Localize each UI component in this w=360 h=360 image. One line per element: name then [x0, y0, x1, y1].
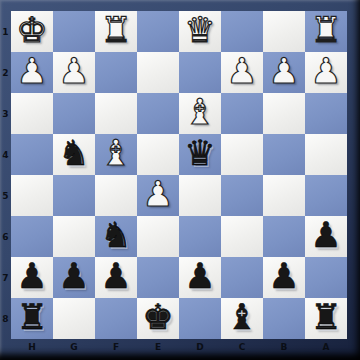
square-b3[interactable] [263, 93, 305, 134]
square-a2[interactable]: ♟ [305, 52, 347, 93]
square-c7[interactable] [221, 257, 263, 298]
square-b7[interactable]: ♟ [263, 257, 305, 298]
square-f5[interactable] [95, 175, 137, 216]
square-e8[interactable]: ♚ [137, 298, 179, 339]
black-rook-a8[interactable]: ♜ [310, 300, 341, 335]
square-b4[interactable] [263, 134, 305, 175]
file-label-d: D [179, 339, 221, 355]
square-h6[interactable] [11, 216, 53, 257]
white-pawn-h2[interactable]: ♟ [16, 54, 47, 89]
square-a8[interactable]: ♜ [305, 298, 347, 339]
rank-label-5: 5 [0, 175, 11, 216]
square-b1[interactable] [263, 11, 305, 52]
square-d2[interactable] [179, 52, 221, 93]
square-g2[interactable]: ♟ [53, 52, 95, 93]
rank-label-8: 8 [0, 298, 11, 339]
square-a1[interactable]: ♜ [305, 11, 347, 52]
square-c6[interactable] [221, 216, 263, 257]
square-a6[interactable]: ♟ [305, 216, 347, 257]
black-knight-f6[interactable]: ♞ [100, 218, 131, 253]
square-f8[interactable] [95, 298, 137, 339]
black-king-e8[interactable]: ♚ [142, 300, 173, 335]
square-c8[interactable]: ♝ [221, 298, 263, 339]
square-f1[interactable]: ♜ [95, 11, 137, 52]
square-f7[interactable]: ♟ [95, 257, 137, 298]
chess-board: ♚♜♛♜♟♟♟♟♟♝♞♝♛♟♞♟♟♟♟♟♟♜♚♝♜ [11, 11, 347, 339]
square-f4[interactable]: ♝ [95, 134, 137, 175]
black-pawn-b7[interactable]: ♟ [268, 259, 299, 294]
rank-label-3: 3 [0, 93, 11, 134]
square-c1[interactable] [221, 11, 263, 52]
square-e4[interactable] [137, 134, 179, 175]
square-f6[interactable]: ♞ [95, 216, 137, 257]
file-label-h: H [11, 339, 53, 355]
square-a4[interactable] [305, 134, 347, 175]
square-e1[interactable] [137, 11, 179, 52]
square-c4[interactable] [221, 134, 263, 175]
square-g8[interactable] [53, 298, 95, 339]
square-g7[interactable]: ♟ [53, 257, 95, 298]
square-c3[interactable] [221, 93, 263, 134]
square-h3[interactable] [11, 93, 53, 134]
file-labels: HGFEDCBA [11, 339, 347, 355]
file-label-f: F [95, 339, 137, 355]
square-e6[interactable] [137, 216, 179, 257]
square-d7[interactable]: ♟ [179, 257, 221, 298]
square-b2[interactable]: ♟ [263, 52, 305, 93]
square-g3[interactable] [53, 93, 95, 134]
black-bishop-c8[interactable]: ♝ [226, 300, 257, 335]
square-d8[interactable] [179, 298, 221, 339]
square-g5[interactable] [53, 175, 95, 216]
square-e3[interactable] [137, 93, 179, 134]
rank-labels: 12345678 [0, 11, 11, 339]
square-h1[interactable]: ♚ [11, 11, 53, 52]
black-pawn-a6[interactable]: ♟ [310, 218, 341, 253]
rank-label-2: 2 [0, 52, 11, 93]
square-d4[interactable]: ♛ [179, 134, 221, 175]
file-label-g: G [53, 339, 95, 355]
rank-label-6: 6 [0, 216, 11, 257]
white-rook-f1[interactable]: ♜ [100, 13, 131, 48]
square-h7[interactable]: ♟ [11, 257, 53, 298]
square-b6[interactable] [263, 216, 305, 257]
white-pawn-b2[interactable]: ♟ [268, 54, 299, 89]
square-h2[interactable]: ♟ [11, 52, 53, 93]
white-bishop-f4[interactable]: ♝ [100, 136, 131, 171]
square-a3[interactable] [305, 93, 347, 134]
black-queen-d4[interactable]: ♛ [184, 136, 215, 171]
square-g4[interactable]: ♞ [53, 134, 95, 175]
white-rook-a1[interactable]: ♜ [310, 13, 341, 48]
file-label-b: B [263, 339, 305, 355]
square-a7[interactable] [305, 257, 347, 298]
square-d3[interactable]: ♝ [179, 93, 221, 134]
rank-label-7: 7 [0, 257, 11, 298]
rank-label-4: 4 [0, 134, 11, 175]
square-h4[interactable] [11, 134, 53, 175]
square-d5[interactable] [179, 175, 221, 216]
white-pawn-a2[interactable]: ♟ [310, 54, 341, 89]
black-pawn-f7[interactable]: ♟ [100, 259, 131, 294]
file-label-a: A [305, 339, 347, 355]
square-b5[interactable] [263, 175, 305, 216]
file-label-c: C [221, 339, 263, 355]
black-pawn-g7[interactable]: ♟ [58, 259, 89, 294]
square-d1[interactable]: ♛ [179, 11, 221, 52]
white-pawn-e5[interactable]: ♟ [142, 177, 173, 212]
square-c2[interactable]: ♟ [221, 52, 263, 93]
square-a5[interactable] [305, 175, 347, 216]
square-e2[interactable] [137, 52, 179, 93]
black-pawn-h7[interactable]: ♟ [16, 259, 47, 294]
white-pawn-g2[interactable]: ♟ [58, 54, 89, 89]
square-f2[interactable] [95, 52, 137, 93]
white-pawn-c2[interactable]: ♟ [226, 54, 257, 89]
white-bishop-d3[interactable]: ♝ [184, 95, 215, 130]
chess-board-frame: 12345678 ♚♜♛♜♟♟♟♟♟♝♞♝♛♟♞♟♟♟♟♟♟♜♚♝♜ HGFED… [0, 0, 360, 360]
black-pawn-d7[interactable]: ♟ [184, 259, 215, 294]
square-b8[interactable] [263, 298, 305, 339]
square-h8[interactable]: ♜ [11, 298, 53, 339]
square-g6[interactable] [53, 216, 95, 257]
file-label-e: E [137, 339, 179, 355]
square-e7[interactable] [137, 257, 179, 298]
square-f3[interactable] [95, 93, 137, 134]
white-king-h1[interactable]: ♚ [16, 13, 47, 48]
square-h5[interactable] [11, 175, 53, 216]
rank-label-1: 1 [0, 11, 11, 52]
square-c5[interactable] [221, 175, 263, 216]
square-e5[interactable]: ♟ [137, 175, 179, 216]
square-g1[interactable] [53, 11, 95, 52]
black-rook-h8[interactable]: ♜ [16, 300, 47, 335]
black-knight-g4[interactable]: ♞ [58, 136, 89, 171]
white-queen-d1[interactable]: ♛ [184, 13, 215, 48]
square-d6[interactable] [179, 216, 221, 257]
